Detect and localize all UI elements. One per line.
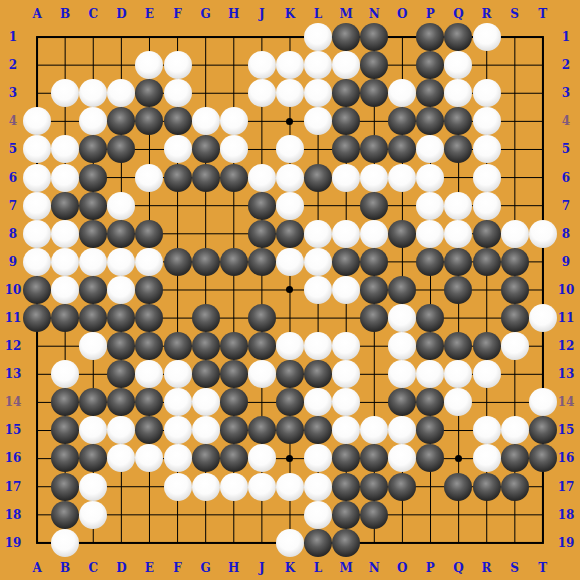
cell-E18[interactable] xyxy=(135,501,163,529)
cell-C5[interactable] xyxy=(79,135,107,163)
cell-G16[interactable] xyxy=(192,444,220,472)
cell-G18[interactable] xyxy=(192,501,220,529)
cell-G3[interactable] xyxy=(192,79,220,107)
cell-H3[interactable] xyxy=(220,79,248,107)
cell-M10[interactable] xyxy=(332,276,360,304)
cell-O10[interactable] xyxy=(388,276,416,304)
cell-S8[interactable] xyxy=(501,220,529,248)
cell-N13[interactable] xyxy=(360,360,388,388)
cell-H13[interactable] xyxy=(220,360,248,388)
cell-L10[interactable] xyxy=(304,276,332,304)
cell-J5[interactable] xyxy=(248,135,276,163)
cell-A4[interactable] xyxy=(23,107,51,135)
cell-E3[interactable] xyxy=(135,79,163,107)
cell-M7[interactable] xyxy=(332,192,360,220)
cell-E17[interactable] xyxy=(135,473,163,501)
cell-F13[interactable] xyxy=(163,360,191,388)
cell-O8[interactable] xyxy=(388,220,416,248)
cell-L18[interactable] xyxy=(304,501,332,529)
cell-C2[interactable] xyxy=(79,51,107,79)
cell-B5[interactable] xyxy=(51,135,79,163)
cell-R17[interactable] xyxy=(473,473,501,501)
cell-H1[interactable] xyxy=(220,23,248,51)
cell-S9[interactable] xyxy=(501,248,529,276)
cell-P14[interactable] xyxy=(416,388,444,416)
cell-O6[interactable] xyxy=(388,163,416,191)
cell-S13[interactable] xyxy=(501,360,529,388)
cell-A12[interactable] xyxy=(23,332,51,360)
cell-O9[interactable] xyxy=(388,248,416,276)
cell-J9[interactable] xyxy=(248,248,276,276)
cell-B16[interactable] xyxy=(51,444,79,472)
cell-K12[interactable] xyxy=(276,332,304,360)
cell-M4[interactable] xyxy=(332,107,360,135)
cell-D1[interactable] xyxy=(107,23,135,51)
cell-P16[interactable] xyxy=(416,444,444,472)
cell-F2[interactable] xyxy=(163,51,191,79)
cell-N16[interactable] xyxy=(360,444,388,472)
cell-K17[interactable] xyxy=(276,473,304,501)
cell-R8[interactable] xyxy=(473,220,501,248)
cell-K8[interactable] xyxy=(276,220,304,248)
cell-B15[interactable] xyxy=(51,416,79,444)
cell-D7[interactable] xyxy=(107,192,135,220)
cell-Q5[interactable] xyxy=(444,135,472,163)
cell-J2[interactable] xyxy=(248,51,276,79)
cell-F16[interactable] xyxy=(163,444,191,472)
cell-K13[interactable] xyxy=(276,360,304,388)
cell-O7[interactable] xyxy=(388,192,416,220)
cell-E12[interactable] xyxy=(135,332,163,360)
cell-H12[interactable] xyxy=(220,332,248,360)
cell-D12[interactable] xyxy=(107,332,135,360)
cell-F1[interactable] xyxy=(163,23,191,51)
cell-D2[interactable] xyxy=(107,51,135,79)
cell-H17[interactable] xyxy=(220,473,248,501)
cell-D10[interactable] xyxy=(107,276,135,304)
cell-F10[interactable] xyxy=(163,276,191,304)
cell-D16[interactable] xyxy=(107,444,135,472)
cell-J13[interactable] xyxy=(248,360,276,388)
cell-J4[interactable] xyxy=(248,107,276,135)
cell-S10[interactable] xyxy=(501,276,529,304)
cell-K15[interactable] xyxy=(276,416,304,444)
cell-R10[interactable] xyxy=(473,276,501,304)
cell-K10[interactable] xyxy=(276,276,304,304)
cell-L4[interactable] xyxy=(304,107,332,135)
cell-N9[interactable] xyxy=(360,248,388,276)
cell-B18[interactable] xyxy=(51,501,79,529)
cell-P18[interactable] xyxy=(416,501,444,529)
cell-O11[interactable] xyxy=(388,304,416,332)
cell-S12[interactable] xyxy=(501,332,529,360)
cell-P8[interactable] xyxy=(416,220,444,248)
cell-M1[interactable] xyxy=(332,23,360,51)
cell-Q17[interactable] xyxy=(444,473,472,501)
cell-Q2[interactable] xyxy=(444,51,472,79)
cell-Q14[interactable] xyxy=(444,388,472,416)
cell-M15[interactable] xyxy=(332,416,360,444)
cell-D18[interactable] xyxy=(107,501,135,529)
cell-Q4[interactable] xyxy=(444,107,472,135)
cell-K7[interactable] xyxy=(276,192,304,220)
cell-R2[interactable] xyxy=(473,51,501,79)
cell-F14[interactable] xyxy=(163,388,191,416)
cell-O4[interactable] xyxy=(388,107,416,135)
cell-G5[interactable] xyxy=(192,135,220,163)
cell-P6[interactable] xyxy=(416,163,444,191)
cell-P4[interactable] xyxy=(416,107,444,135)
cell-G9[interactable] xyxy=(192,248,220,276)
cell-D6[interactable] xyxy=(107,163,135,191)
cell-R12[interactable] xyxy=(473,332,501,360)
cell-L3[interactable] xyxy=(304,79,332,107)
cell-H9[interactable] xyxy=(220,248,248,276)
cell-L16[interactable] xyxy=(304,444,332,472)
cell-A16[interactable] xyxy=(23,444,51,472)
cell-K3[interactable] xyxy=(276,79,304,107)
cell-G17[interactable] xyxy=(192,473,220,501)
cell-H7[interactable] xyxy=(220,192,248,220)
cell-F3[interactable] xyxy=(163,79,191,107)
cell-E7[interactable] xyxy=(135,192,163,220)
cell-C11[interactable] xyxy=(79,304,107,332)
cell-G13[interactable] xyxy=(192,360,220,388)
cell-H10[interactable] xyxy=(220,276,248,304)
cell-N17[interactable] xyxy=(360,473,388,501)
cell-M8[interactable] xyxy=(332,220,360,248)
cell-M12[interactable] xyxy=(332,332,360,360)
cell-S15[interactable] xyxy=(501,416,529,444)
cell-R4[interactable] xyxy=(473,107,501,135)
cell-S7[interactable] xyxy=(501,192,529,220)
cell-K6[interactable] xyxy=(276,163,304,191)
cell-A8[interactable] xyxy=(23,220,51,248)
cell-A6[interactable] xyxy=(23,163,51,191)
cell-E1[interactable] xyxy=(135,23,163,51)
cell-C15[interactable] xyxy=(79,416,107,444)
cell-Q3[interactable] xyxy=(444,79,472,107)
cell-A7[interactable] xyxy=(23,192,51,220)
cell-N10[interactable] xyxy=(360,276,388,304)
cell-P10[interactable] xyxy=(416,276,444,304)
cell-J17[interactable] xyxy=(248,473,276,501)
cell-L13[interactable] xyxy=(304,360,332,388)
cell-N1[interactable] xyxy=(360,23,388,51)
cell-P12[interactable] xyxy=(416,332,444,360)
cell-F19[interactable] xyxy=(163,529,191,557)
cell-B6[interactable] xyxy=(51,163,79,191)
cell-B17[interactable] xyxy=(51,473,79,501)
cell-E10[interactable] xyxy=(135,276,163,304)
cell-L14[interactable] xyxy=(304,388,332,416)
cell-S3[interactable] xyxy=(501,79,529,107)
cell-M14[interactable] xyxy=(332,388,360,416)
cell-P15[interactable] xyxy=(416,416,444,444)
cell-R7[interactable] xyxy=(473,192,501,220)
cell-S16[interactable] xyxy=(501,444,529,472)
cell-G1[interactable] xyxy=(192,23,220,51)
cell-D4[interactable] xyxy=(107,107,135,135)
cell-M2[interactable] xyxy=(332,51,360,79)
cell-K4[interactable] xyxy=(276,107,304,135)
cell-G19[interactable] xyxy=(192,529,220,557)
cell-A2[interactable] xyxy=(23,51,51,79)
cell-R9[interactable] xyxy=(473,248,501,276)
cell-B9[interactable] xyxy=(51,248,79,276)
cell-C16[interactable] xyxy=(79,444,107,472)
cell-S11[interactable] xyxy=(501,304,529,332)
cell-O3[interactable] xyxy=(388,79,416,107)
cell-A15[interactable] xyxy=(23,416,51,444)
cell-M17[interactable] xyxy=(332,473,360,501)
cell-B2[interactable] xyxy=(51,51,79,79)
cell-A11[interactable] xyxy=(23,304,51,332)
cell-O12[interactable] xyxy=(388,332,416,360)
cell-K11[interactable] xyxy=(276,304,304,332)
cell-C17[interactable] xyxy=(79,473,107,501)
cell-S19[interactable] xyxy=(501,529,529,557)
cell-N6[interactable] xyxy=(360,163,388,191)
cell-E5[interactable] xyxy=(135,135,163,163)
cell-M11[interactable] xyxy=(332,304,360,332)
cell-D17[interactable] xyxy=(107,473,135,501)
cell-H5[interactable] xyxy=(220,135,248,163)
cell-P1[interactable] xyxy=(416,23,444,51)
cell-D19[interactable] xyxy=(107,529,135,557)
cell-D14[interactable] xyxy=(107,388,135,416)
cell-F11[interactable] xyxy=(163,304,191,332)
cell-M3[interactable] xyxy=(332,79,360,107)
cell-N14[interactable] xyxy=(360,388,388,416)
cell-E13[interactable] xyxy=(135,360,163,388)
cell-D9[interactable] xyxy=(107,248,135,276)
cell-G10[interactable] xyxy=(192,276,220,304)
cell-A14[interactable] xyxy=(23,388,51,416)
cell-K1[interactable] xyxy=(276,23,304,51)
cell-P5[interactable] xyxy=(416,135,444,163)
cell-H4[interactable] xyxy=(220,107,248,135)
cell-E2[interactable] xyxy=(135,51,163,79)
cell-O15[interactable] xyxy=(388,416,416,444)
cell-K5[interactable] xyxy=(276,135,304,163)
cell-N18[interactable] xyxy=(360,501,388,529)
cell-L8[interactable] xyxy=(304,220,332,248)
cell-Q7[interactable] xyxy=(444,192,472,220)
cell-C10[interactable] xyxy=(79,276,107,304)
cell-L12[interactable] xyxy=(304,332,332,360)
cell-F12[interactable] xyxy=(163,332,191,360)
cell-A19[interactable] xyxy=(23,529,51,557)
cell-A5[interactable] xyxy=(23,135,51,163)
cell-P13[interactable] xyxy=(416,360,444,388)
cell-A17[interactable] xyxy=(23,473,51,501)
cell-S1[interactable] xyxy=(501,23,529,51)
cell-R5[interactable] xyxy=(473,135,501,163)
cell-S14[interactable] xyxy=(501,388,529,416)
cell-M16[interactable] xyxy=(332,444,360,472)
cell-L2[interactable] xyxy=(304,51,332,79)
cell-M6[interactable] xyxy=(332,163,360,191)
cell-H16[interactable] xyxy=(220,444,248,472)
cell-A1[interactable] xyxy=(23,23,51,51)
cell-Q12[interactable] xyxy=(444,332,472,360)
cell-D5[interactable] xyxy=(107,135,135,163)
cell-C12[interactable] xyxy=(79,332,107,360)
cell-P9[interactable] xyxy=(416,248,444,276)
cell-C13[interactable] xyxy=(79,360,107,388)
cell-L1[interactable] xyxy=(304,23,332,51)
cell-G11[interactable] xyxy=(192,304,220,332)
cell-F7[interactable] xyxy=(163,192,191,220)
cell-D13[interactable] xyxy=(107,360,135,388)
cell-H14[interactable] xyxy=(220,388,248,416)
cell-Q16[interactable] xyxy=(444,444,472,472)
cell-N12[interactable] xyxy=(360,332,388,360)
cell-K9[interactable] xyxy=(276,248,304,276)
cell-F15[interactable] xyxy=(163,416,191,444)
cell-Q10[interactable] xyxy=(444,276,472,304)
cell-J12[interactable] xyxy=(248,332,276,360)
cell-R6[interactable] xyxy=(473,163,501,191)
cell-R19[interactable] xyxy=(473,529,501,557)
cell-H15[interactable] xyxy=(220,416,248,444)
cell-J1[interactable] xyxy=(248,23,276,51)
cell-K18[interactable] xyxy=(276,501,304,529)
cell-A13[interactable] xyxy=(23,360,51,388)
cell-E4[interactable] xyxy=(135,107,163,135)
cell-C18[interactable] xyxy=(79,501,107,529)
cell-M18[interactable] xyxy=(332,501,360,529)
cell-A18[interactable] xyxy=(23,501,51,529)
cell-M5[interactable] xyxy=(332,135,360,163)
cell-A3[interactable] xyxy=(23,79,51,107)
cell-S18[interactable] xyxy=(501,501,529,529)
cell-B13[interactable] xyxy=(51,360,79,388)
cell-J18[interactable] xyxy=(248,501,276,529)
cell-R13[interactable] xyxy=(473,360,501,388)
cell-J10[interactable] xyxy=(248,276,276,304)
cell-N7[interactable] xyxy=(360,192,388,220)
cell-B11[interactable] xyxy=(51,304,79,332)
cell-J11[interactable] xyxy=(248,304,276,332)
cell-N11[interactable] xyxy=(360,304,388,332)
cell-M19[interactable] xyxy=(332,529,360,557)
cell-G4[interactable] xyxy=(192,107,220,135)
cell-F17[interactable] xyxy=(163,473,191,501)
cell-H2[interactable] xyxy=(220,51,248,79)
cell-O14[interactable] xyxy=(388,388,416,416)
cell-N15[interactable] xyxy=(360,416,388,444)
cell-L6[interactable] xyxy=(304,163,332,191)
cell-S2[interactable] xyxy=(501,51,529,79)
cell-G8[interactable] xyxy=(192,220,220,248)
cell-N5[interactable] xyxy=(360,135,388,163)
cell-N2[interactable] xyxy=(360,51,388,79)
cell-B14[interactable] xyxy=(51,388,79,416)
cell-P19[interactable] xyxy=(416,529,444,557)
cell-R16[interactable] xyxy=(473,444,501,472)
cell-J6[interactable] xyxy=(248,163,276,191)
cell-L17[interactable] xyxy=(304,473,332,501)
cell-J15[interactable] xyxy=(248,416,276,444)
cell-N8[interactable] xyxy=(360,220,388,248)
cell-B10[interactable] xyxy=(51,276,79,304)
cell-P17[interactable] xyxy=(416,473,444,501)
cell-Q13[interactable] xyxy=(444,360,472,388)
cell-D15[interactable] xyxy=(107,416,135,444)
cell-F6[interactable] xyxy=(163,163,191,191)
cell-L5[interactable] xyxy=(304,135,332,163)
cell-Q6[interactable] xyxy=(444,163,472,191)
cell-D3[interactable] xyxy=(107,79,135,107)
cell-G12[interactable] xyxy=(192,332,220,360)
cell-S4[interactable] xyxy=(501,107,529,135)
cell-H19[interactable] xyxy=(220,529,248,557)
cell-A10[interactable] xyxy=(23,276,51,304)
cell-K16[interactable] xyxy=(276,444,304,472)
cell-O2[interactable] xyxy=(388,51,416,79)
cell-E8[interactable] xyxy=(135,220,163,248)
cell-O16[interactable] xyxy=(388,444,416,472)
cell-H6[interactable] xyxy=(220,163,248,191)
cell-P2[interactable] xyxy=(416,51,444,79)
cell-B7[interactable] xyxy=(51,192,79,220)
cell-Q18[interactable] xyxy=(444,501,472,529)
cell-J7[interactable] xyxy=(248,192,276,220)
cell-R14[interactable] xyxy=(473,388,501,416)
cell-E6[interactable] xyxy=(135,163,163,191)
cell-H18[interactable] xyxy=(220,501,248,529)
cell-L15[interactable] xyxy=(304,416,332,444)
cell-D11[interactable] xyxy=(107,304,135,332)
cell-H8[interactable] xyxy=(220,220,248,248)
cell-F18[interactable] xyxy=(163,501,191,529)
cell-R11[interactable] xyxy=(473,304,501,332)
cell-R15[interactable] xyxy=(473,416,501,444)
cell-O13[interactable] xyxy=(388,360,416,388)
cell-K14[interactable] xyxy=(276,388,304,416)
cell-C6[interactable] xyxy=(79,163,107,191)
cell-Q15[interactable] xyxy=(444,416,472,444)
cell-E9[interactable] xyxy=(135,248,163,276)
cell-F4[interactable] xyxy=(163,107,191,135)
cell-C4[interactable] xyxy=(79,107,107,135)
cell-P7[interactable] xyxy=(416,192,444,220)
cell-G6[interactable] xyxy=(192,163,220,191)
cell-G7[interactable] xyxy=(192,192,220,220)
cell-Q19[interactable] xyxy=(444,529,472,557)
cell-N3[interactable] xyxy=(360,79,388,107)
cell-H11[interactable] xyxy=(220,304,248,332)
cell-K2[interactable] xyxy=(276,51,304,79)
cell-G15[interactable] xyxy=(192,416,220,444)
cell-P11[interactable] xyxy=(416,304,444,332)
cell-S5[interactable] xyxy=(501,135,529,163)
cell-J14[interactable] xyxy=(248,388,276,416)
cell-C1[interactable] xyxy=(79,23,107,51)
cell-C7[interactable] xyxy=(79,192,107,220)
cell-O5[interactable] xyxy=(388,135,416,163)
cell-B4[interactable] xyxy=(51,107,79,135)
cell-B12[interactable] xyxy=(51,332,79,360)
cell-M13[interactable] xyxy=(332,360,360,388)
cell-N4[interactable] xyxy=(360,107,388,135)
cell-P3[interactable] xyxy=(416,79,444,107)
cell-B19[interactable] xyxy=(51,529,79,557)
cell-R18[interactable] xyxy=(473,501,501,529)
cell-B3[interactable] xyxy=(51,79,79,107)
